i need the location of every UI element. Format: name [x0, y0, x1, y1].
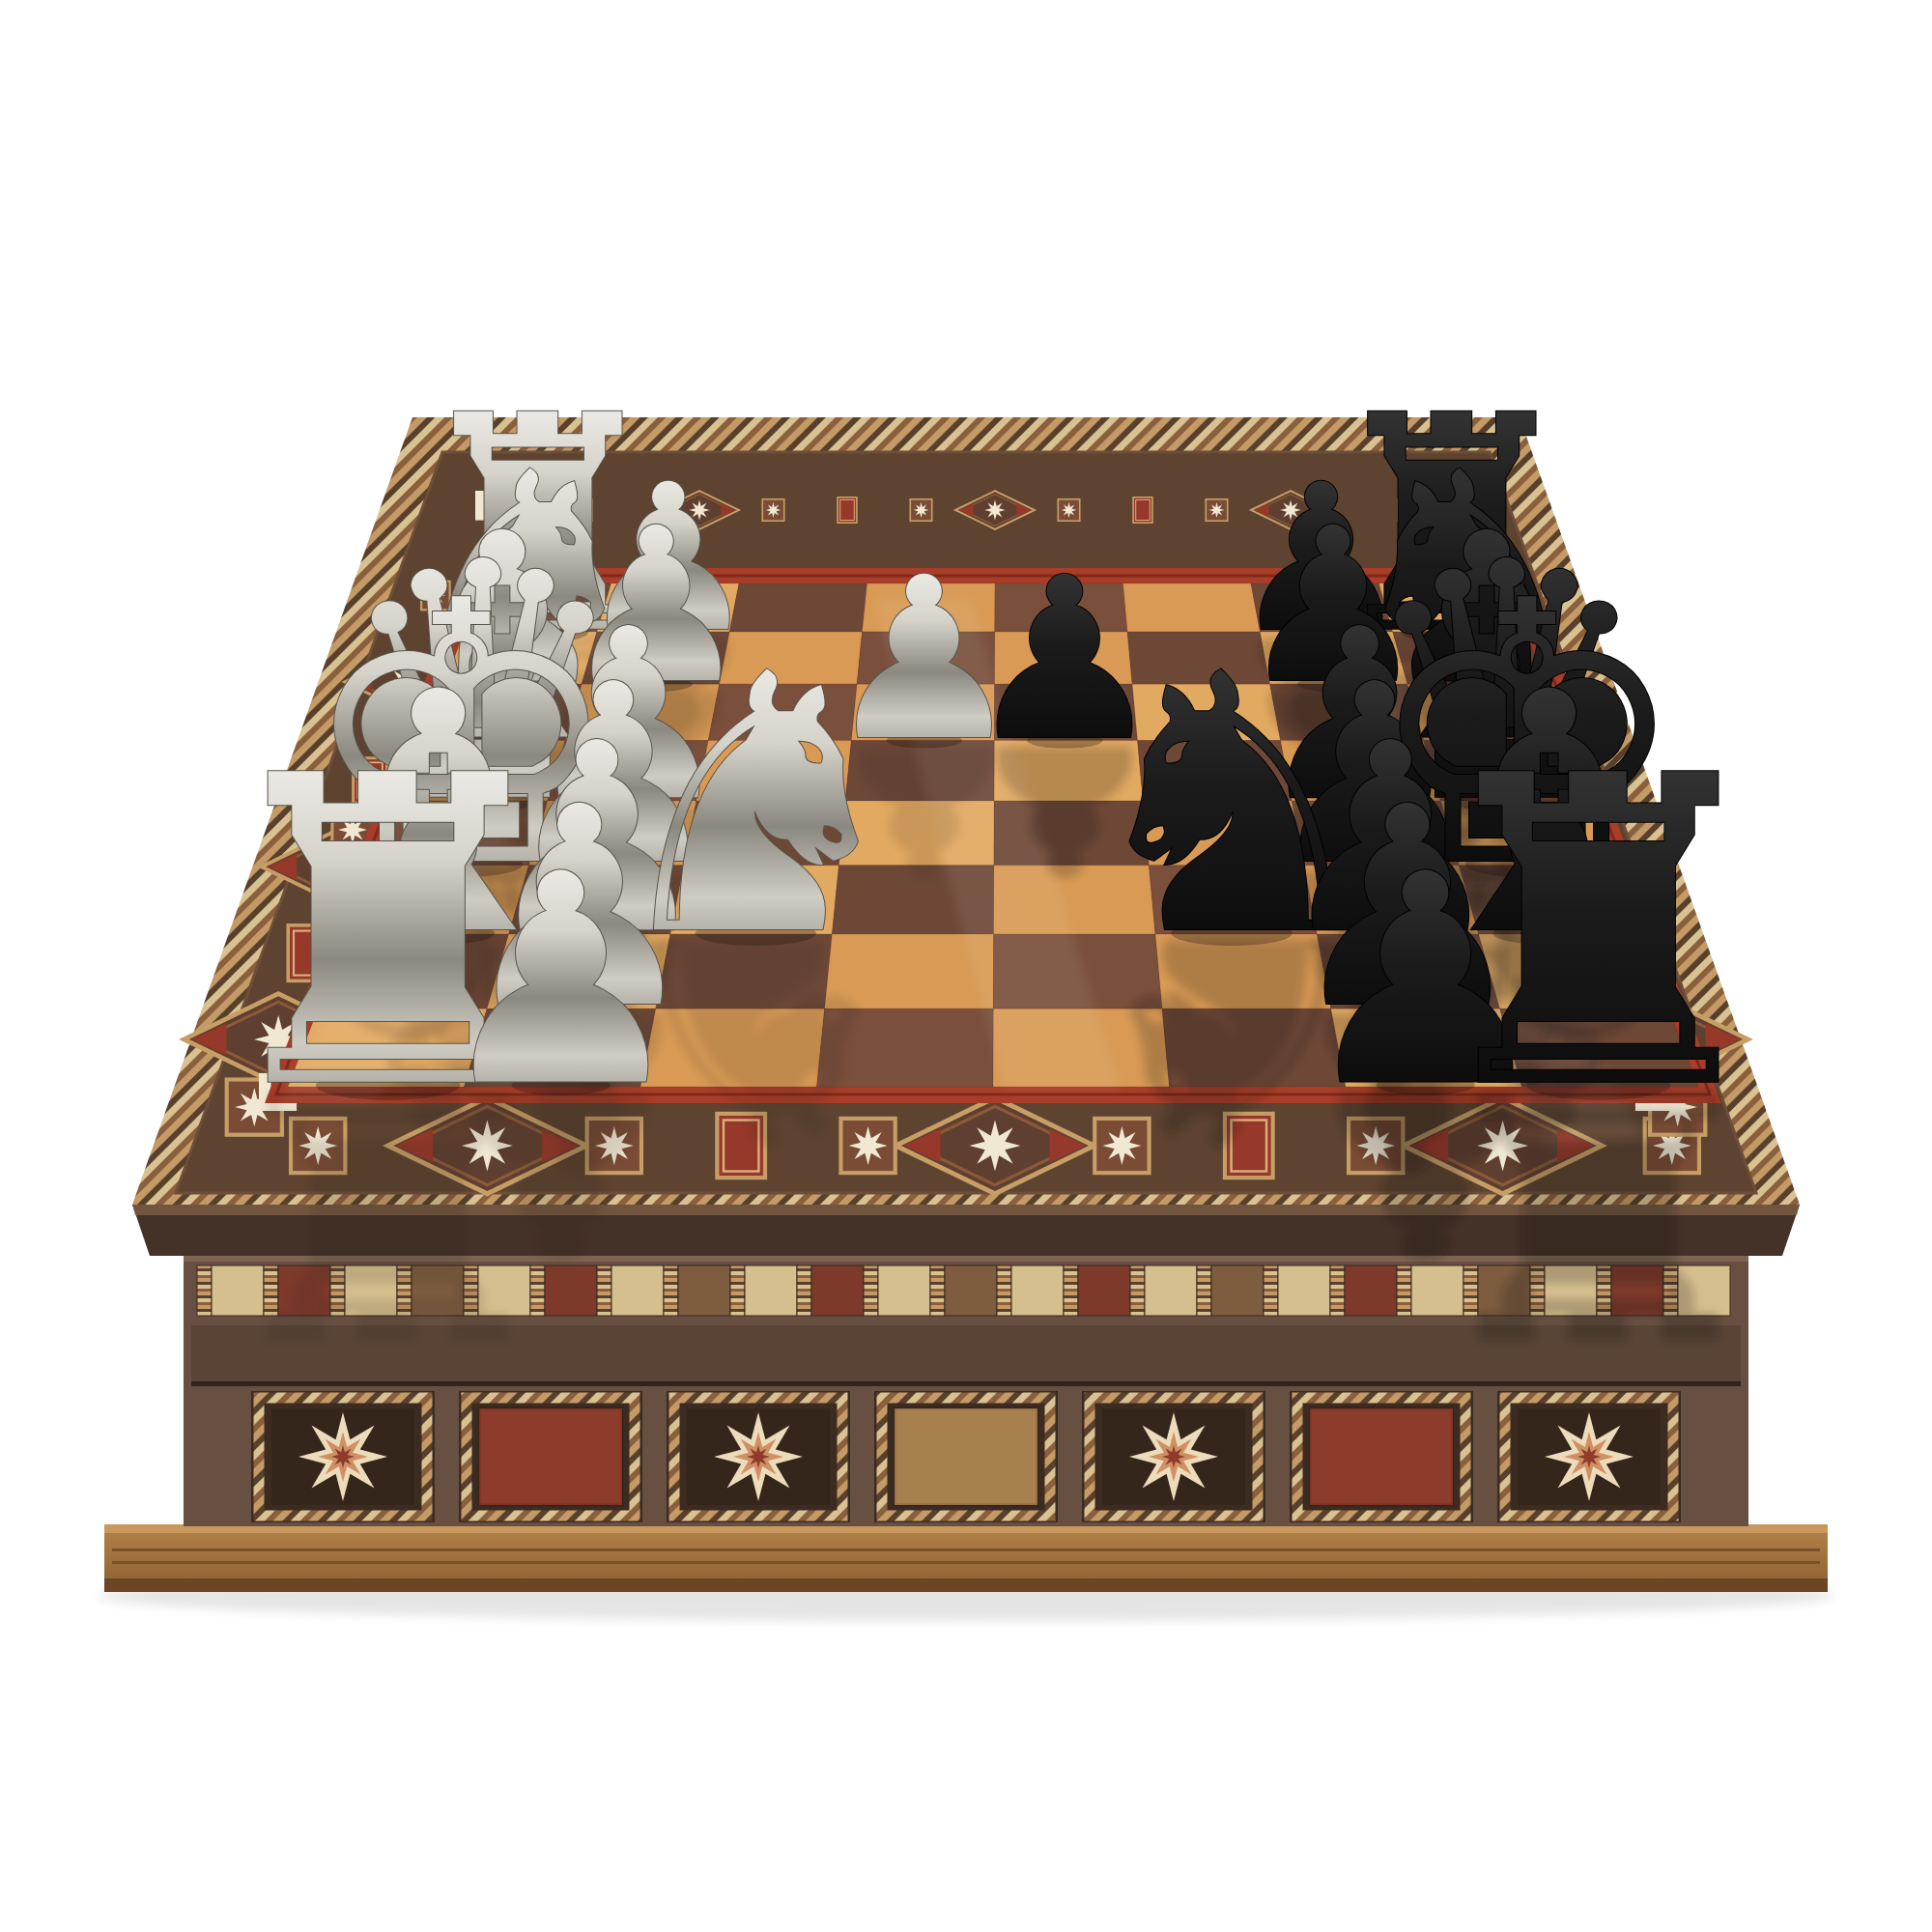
front-panel-star [251, 1391, 435, 1522]
piece-white-P-h2: ♟ [431, 812, 691, 1150]
piece-black-R-h8: ♜ [1407, 687, 1788, 1181]
star-tile-motif [1058, 499, 1079, 521]
star-tile-motif [1206, 499, 1227, 521]
plinth-base [104, 1524, 1828, 1592]
front-panel-tan [874, 1391, 1058, 1522]
red-tile-motif [1133, 497, 1152, 523]
front-panel-red [1290, 1391, 1473, 1522]
front-panel-star [667, 1391, 850, 1522]
chess-set-scene: ♜♟♟♜♞♟♟♞♝♟♟♝♛♟♟♛♚♟♟♚♝♟♞♞♟♝♟♟♜♟♟♜♜♟♟♜♞♟♟♞… [0, 0, 1932, 1932]
star-tile-motif [910, 499, 931, 521]
product-photo: ♜♟♟♜♞♟♟♞♝♟♟♝♛♟♟♛♚♟♟♚♝♟♞♞♟♝♟♟♜♟♟♜♜♟♟♜♞♟♟♞… [0, 0, 1932, 1932]
front-panel-star [1082, 1391, 1265, 1522]
front-panel-star [1497, 1391, 1681, 1522]
front-panel-red [459, 1391, 642, 1522]
red-tile-motif [838, 497, 857, 523]
star-tile-motif [762, 499, 783, 521]
